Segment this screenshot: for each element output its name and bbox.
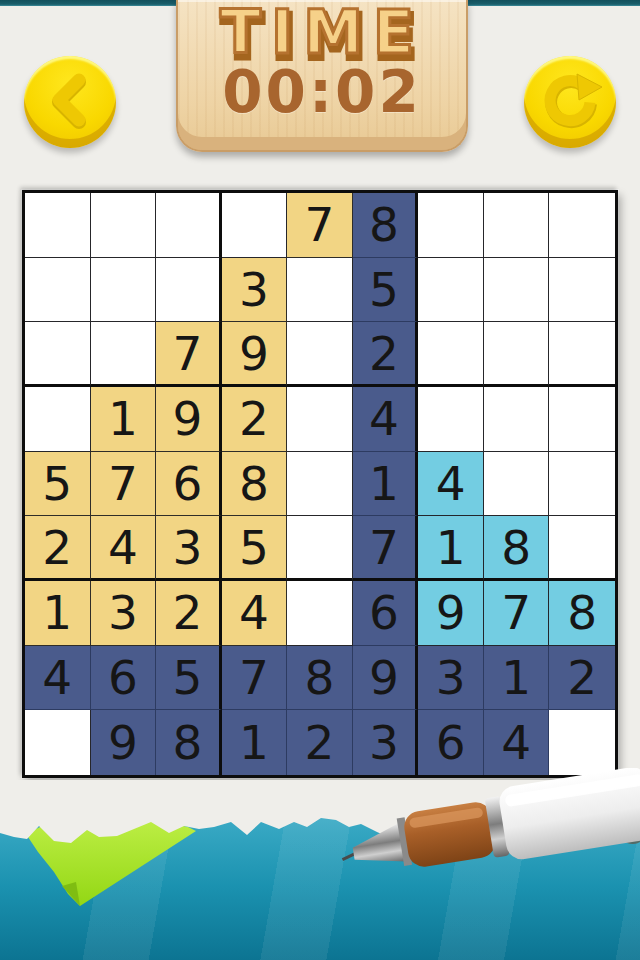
- cell-r1c9[interactable]: [549, 193, 615, 258]
- cell-digit: 3: [369, 719, 399, 766]
- restart-icon: [524, 56, 616, 148]
- cell-r7c5[interactable]: [287, 581, 353, 646]
- cell-r1c4[interactable]: [222, 193, 288, 258]
- cell-r3c3[interactable]: 7: [156, 322, 222, 387]
- cell-r9c9[interactable]: [549, 710, 615, 775]
- cell-digit: 4: [436, 460, 466, 507]
- cell-r5c5[interactable]: [287, 452, 353, 517]
- cell-r3c8[interactable]: [484, 322, 550, 387]
- time-title-text: TIME: [220, 0, 424, 67]
- cell-r8c2[interactable]: 6: [91, 646, 157, 711]
- cell-digit: 2: [172, 589, 202, 636]
- cell-digit: 8: [305, 654, 335, 701]
- cell-r9c4[interactable]: 1: [222, 710, 288, 775]
- app-screen: TIME TIME 00:02 783579219245768142435718…: [0, 0, 640, 960]
- cell-r3c6[interactable]: 2: [353, 322, 419, 387]
- cell-r3c7[interactable]: [418, 322, 484, 387]
- cell-digit: 9: [436, 589, 466, 636]
- cell-digit: 5: [369, 266, 399, 313]
- cell-r8c3[interactable]: 5: [156, 646, 222, 711]
- cell-digit: 6: [369, 589, 399, 636]
- cell-r4c8[interactable]: [484, 387, 550, 452]
- cell-digit: 3: [172, 524, 202, 571]
- cell-digit: 7: [501, 589, 531, 636]
- cell-r7c4[interactable]: 4: [222, 581, 288, 646]
- cell-digit: 5: [172, 654, 202, 701]
- cell-r7c3[interactable]: 2: [156, 581, 222, 646]
- cell-digit: 8: [369, 201, 399, 248]
- cell-digit: 6: [172, 460, 202, 507]
- cell-r9c8[interactable]: 4: [484, 710, 550, 775]
- cell-r2c5[interactable]: [287, 258, 353, 323]
- back-button[interactable]: [24, 56, 116, 148]
- cell-r6c3[interactable]: 3: [156, 516, 222, 581]
- cell-r6c6[interactable]: 7: [353, 516, 419, 581]
- cell-r8c6[interactable]: 9: [353, 646, 419, 711]
- cell-r1c3[interactable]: [156, 193, 222, 258]
- cell-r6c7[interactable]: 1: [418, 516, 484, 581]
- cell-r7c2[interactable]: 3: [91, 581, 157, 646]
- time-title-art: TIME TIME: [162, 0, 482, 78]
- cell-r8c7[interactable]: 3: [418, 646, 484, 711]
- cell-r2c7[interactable]: [418, 258, 484, 323]
- cell-r4c7[interactable]: [418, 387, 484, 452]
- cell-r8c9[interactable]: 2: [549, 646, 615, 711]
- cell-digit: 1: [108, 395, 138, 442]
- cell-digit: 8: [239, 460, 269, 507]
- cell-digit: 7: [108, 460, 138, 507]
- cell-r7c1[interactable]: 1: [25, 581, 91, 646]
- cell-r4c6[interactable]: 4: [353, 387, 419, 452]
- cell-r9c3[interactable]: 8: [156, 710, 222, 775]
- cell-r5c1[interactable]: 5: [25, 452, 91, 517]
- cell-r5c8[interactable]: [484, 452, 550, 517]
- cell-digit: 8: [501, 524, 531, 571]
- sudoku-board: 7835792192457681424357181324697846578931…: [22, 190, 618, 778]
- cell-r1c5[interactable]: 7: [287, 193, 353, 258]
- cell-r5c2[interactable]: 7: [91, 452, 157, 517]
- cell-digit: 8: [567, 589, 597, 636]
- cell-r4c5[interactable]: [287, 387, 353, 452]
- cell-r4c2[interactable]: 1: [91, 387, 157, 452]
- cell-digit: 3: [239, 266, 269, 313]
- pen-icon: [330, 768, 640, 908]
- cell-r1c7[interactable]: [418, 193, 484, 258]
- cell-r7c6[interactable]: 6: [353, 581, 419, 646]
- cell-digit: 1: [239, 719, 269, 766]
- cell-digit: 4: [501, 719, 531, 766]
- cell-r1c6[interactable]: 8: [353, 193, 419, 258]
- cell-r7c8[interactable]: 7: [484, 581, 550, 646]
- cell-digit: 4: [42, 654, 72, 701]
- cell-digit: 2: [239, 395, 269, 442]
- cell-digit: 7: [305, 201, 335, 248]
- cell-r7c9[interactable]: 8: [549, 581, 615, 646]
- cell-r8c8[interactable]: 1: [484, 646, 550, 711]
- cell-r2c1[interactable]: [25, 258, 91, 323]
- restart-button[interactable]: [524, 56, 616, 148]
- cell-digit: 1: [501, 654, 531, 701]
- cell-digit: 2: [369, 330, 399, 377]
- cell-digit: 9: [172, 395, 202, 442]
- cell-digit: 7: [369, 524, 399, 571]
- cell-r3c5[interactable]: [287, 322, 353, 387]
- cell-r7c7[interactable]: 9: [418, 581, 484, 646]
- cell-r1c1[interactable]: [25, 193, 91, 258]
- cell-digit: 9: [108, 719, 138, 766]
- cell-digit: 9: [369, 654, 399, 701]
- time-plaque: TIME TIME 00:02: [176, 0, 468, 152]
- cell-r2c6[interactable]: 5: [353, 258, 419, 323]
- back-icon: [24, 56, 116, 148]
- cell-r6c2[interactable]: 4: [91, 516, 157, 581]
- cell-r6c5[interactable]: [287, 516, 353, 581]
- cell-r5c7[interactable]: 4: [418, 452, 484, 517]
- cell-digit: 4: [108, 524, 138, 571]
- cell-r3c4[interactable]: 9: [222, 322, 288, 387]
- cell-r8c5[interactable]: 8: [287, 646, 353, 711]
- cell-r3c9[interactable]: [549, 322, 615, 387]
- cell-digit: 2: [305, 719, 335, 766]
- cell-r5c6[interactable]: 1: [353, 452, 419, 517]
- cell-r1c8[interactable]: [484, 193, 550, 258]
- cell-r6c1[interactable]: 2: [25, 516, 91, 581]
- cell-r9c5[interactable]: 2: [287, 710, 353, 775]
- cell-r4c3[interactable]: 9: [156, 387, 222, 452]
- cell-digit: 5: [239, 524, 269, 571]
- cell-digit: 5: [42, 460, 72, 507]
- cell-r5c4[interactable]: 8: [222, 452, 288, 517]
- cell-r4c9[interactable]: [549, 387, 615, 452]
- cell-digit: 4: [369, 395, 399, 442]
- cell-r2c3[interactable]: [156, 258, 222, 323]
- cell-digit: 1: [436, 524, 466, 571]
- cell-r9c1[interactable]: [25, 710, 91, 775]
- cell-r5c3[interactable]: 6: [156, 452, 222, 517]
- cell-r2c2[interactable]: [91, 258, 157, 323]
- cell-digit: 9: [239, 330, 269, 377]
- cell-r5c9[interactable]: [549, 452, 615, 517]
- cell-r2c9[interactable]: [549, 258, 615, 323]
- cell-r6c8[interactable]: 8: [484, 516, 550, 581]
- cell-r6c4[interactable]: 5: [222, 516, 288, 581]
- cell-r6c9[interactable]: [549, 516, 615, 581]
- cell-r8c1[interactable]: 4: [25, 646, 91, 711]
- pen-decoration: [330, 768, 640, 912]
- cell-r1c2[interactable]: [91, 193, 157, 258]
- cell-digit: 8: [172, 719, 202, 766]
- cell-r2c4[interactable]: 3: [222, 258, 288, 323]
- cell-digit: 2: [42, 524, 72, 571]
- cell-r9c2[interactable]: 9: [91, 710, 157, 775]
- cell-digit: 4: [239, 589, 269, 636]
- cell-r2c8[interactable]: [484, 258, 550, 323]
- cell-digit: 6: [108, 654, 138, 701]
- cell-digit: 6: [436, 719, 466, 766]
- cell-digit: 1: [369, 460, 399, 507]
- time-title: TIME TIME: [162, 0, 482, 82]
- cell-digit: 7: [239, 654, 269, 701]
- cell-r3c2[interactable]: [91, 322, 157, 387]
- cell-r9c7[interactable]: 6: [418, 710, 484, 775]
- cell-r4c1[interactable]: [25, 387, 91, 452]
- cell-r3c1[interactable]: [25, 322, 91, 387]
- cell-r9c6[interactable]: 3: [353, 710, 419, 775]
- cell-r8c4[interactable]: 7: [222, 646, 288, 711]
- cell-digit: 7: [172, 330, 202, 377]
- cell-digit: 3: [436, 654, 466, 701]
- cell-digit: 2: [567, 654, 597, 701]
- cell-digit: 3: [108, 589, 138, 636]
- cell-r4c4[interactable]: 2: [222, 387, 288, 452]
- cell-digit: 1: [42, 589, 72, 636]
